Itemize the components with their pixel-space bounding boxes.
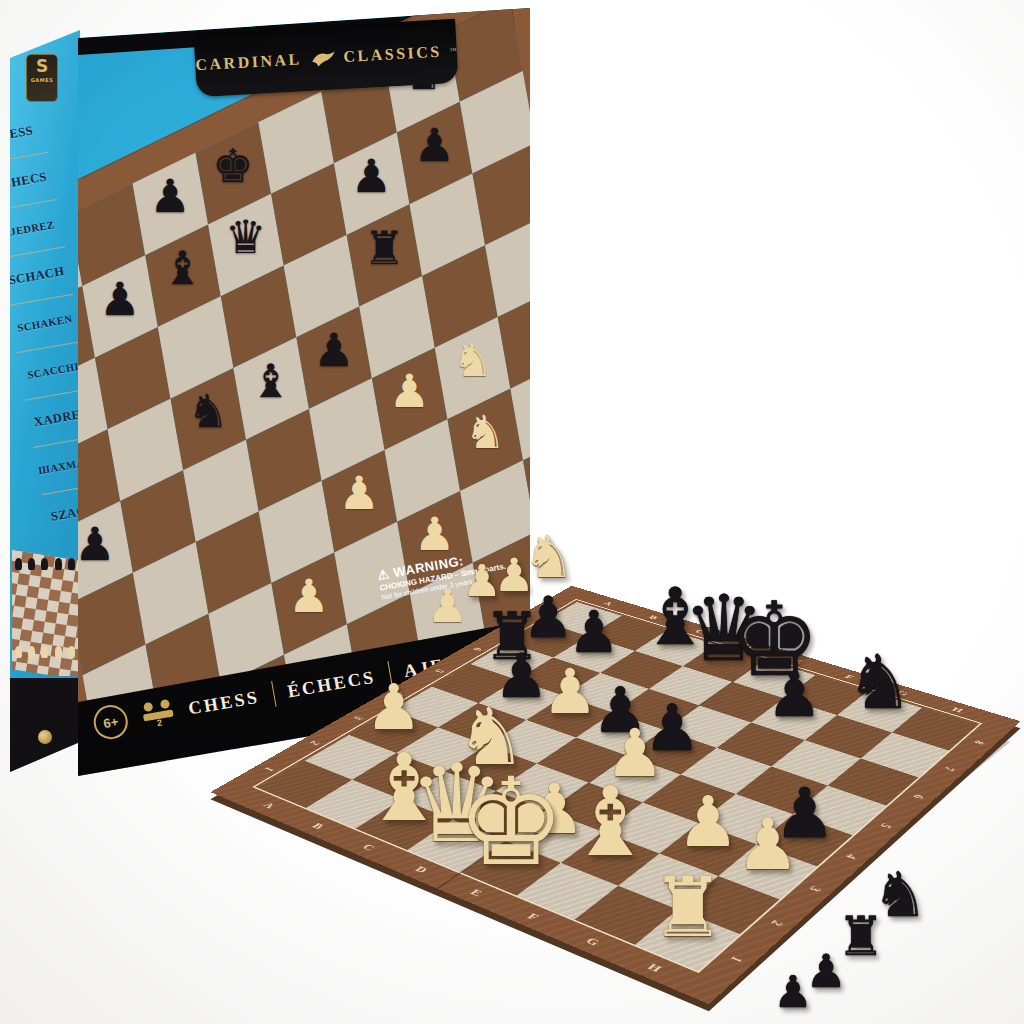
coordinate-label-G: G [889, 687, 915, 699]
art-piece: ♟ [414, 122, 455, 168]
coordinate-label-C: C [688, 626, 713, 637]
black-piece: ♟ [805, 948, 846, 994]
spine-board-photo [12, 550, 78, 676]
coordinate-label-2: 2 [761, 914, 793, 933]
band-divider [387, 661, 392, 687]
band-title: ÉCHECS [286, 666, 377, 702]
coordinate-label-A: A [596, 598, 620, 608]
art-piece: ♟ [389, 368, 430, 414]
coordinate-label-4: 4 [386, 688, 413, 700]
art-piece: ♛ [225, 214, 266, 260]
art-piece: ♟ [414, 511, 455, 557]
coordinate-label-5: 5 [426, 665, 452, 677]
coordinate-label-8: 8 [536, 603, 560, 613]
black-piece: ♟ [773, 970, 812, 1014]
coordinate-label-4: 4 [836, 848, 866, 865]
coordinate-label-8: 8 [965, 736, 992, 750]
art-piece: ♜ [364, 224, 405, 270]
black-piece: ♞ [872, 864, 928, 926]
art-piece: ♝ [251, 357, 292, 403]
coordinate-label-G: G [576, 932, 609, 951]
coordinate-label-1: 1 [720, 949, 753, 969]
coordinate-label-7: 7 [935, 762, 963, 776]
logo-s: S [27, 55, 57, 77]
art-piece: ♟ [74, 521, 115, 567]
art-piece: ♟ [99, 275, 140, 321]
art-piece: ♞ [465, 409, 506, 455]
coordinate-label-F: F [517, 907, 550, 926]
spine-gold-icon [38, 730, 52, 744]
mini-black-pieces [12, 558, 78, 570]
brand-trademark: ™ [449, 47, 456, 55]
band-divider [271, 681, 276, 707]
art-piece: ♞ [452, 337, 493, 383]
spine-bottom-band [10, 678, 80, 772]
coordinate-label-C: C [353, 839, 384, 855]
art-piece: ♟ [289, 573, 330, 619]
age-badge: 6+ [91, 702, 130, 741]
art-piece: ♟ [150, 173, 191, 219]
art-piece: ♚ [213, 142, 254, 188]
coordinate-label-5: 5 [871, 818, 900, 834]
coordinate-label-B: B [641, 612, 665, 623]
black-piece: ♜ [837, 910, 885, 964]
coordinate-label-E: E [460, 884, 492, 902]
art-piece: ♝ [162, 245, 203, 291]
coordinate-label-A: A [254, 798, 284, 813]
players-icon: 2 [139, 696, 178, 731]
art-piece: ♟ [314, 327, 355, 373]
art-piece: ♟ [351, 153, 392, 199]
cardinal-bird-icon [309, 48, 336, 67]
spin-master-logo: S GAMES [26, 54, 58, 102]
mini-white-pieces [12, 646, 78, 658]
coordinate-label-E: E [785, 656, 810, 668]
art-piece: ♟ [339, 470, 380, 516]
art-square [523, 430, 599, 532]
coordinate-label-H: H [944, 703, 970, 716]
art-piece: ♞ [188, 388, 229, 434]
coordinate-label-B: B [303, 818, 334, 834]
coordinate-label-D: D [406, 861, 437, 878]
coordinate-label-6: 6 [904, 789, 933, 804]
brand-classics: CLASSICS [343, 43, 442, 66]
coordinate-label-7: 7 [501, 623, 526, 634]
coordinate-label-3: 3 [799, 880, 830, 898]
box-spine: S GAMES CHESSÉCHECSAJEDREZSCHACHSCHAKENS… [10, 30, 80, 772]
coordinate-label-6: 6 [465, 644, 491, 655]
coordinate-label-H: H [638, 958, 672, 978]
logo-games-label: GAMES [27, 77, 57, 83]
coordinate-label-F: F [836, 671, 862, 683]
band-title: CHESS [187, 686, 261, 719]
coordinate-label-D: D [736, 641, 761, 652]
brand-cardinal: CARDINAL [195, 50, 302, 74]
